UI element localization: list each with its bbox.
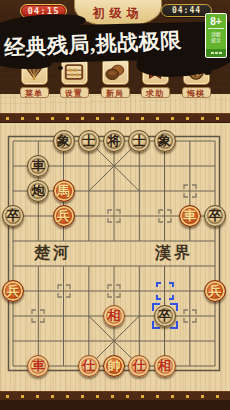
help-play-badge: ▶ xyxy=(159,54,172,67)
xiangqi-piece-black[interactable]: 車 xyxy=(27,155,49,177)
xiangqi-piece-black[interactable]: 象 xyxy=(154,130,176,152)
abacus-icon xyxy=(63,62,85,82)
xiangqi-piece-black[interactable]: 炮 xyxy=(27,180,49,202)
position-marker xyxy=(31,309,45,323)
xiangqi-piece-red[interactable]: 仕 xyxy=(128,355,150,377)
xiangqi-piece-black[interactable]: 象 xyxy=(53,130,75,152)
settings-button[interactable]: 设置 xyxy=(59,58,89,98)
position-marker xyxy=(107,209,121,223)
pieces-icon xyxy=(104,62,126,82)
player-timer-left: 04:15 xyxy=(20,4,67,18)
xiangqi-piece-black[interactable]: 将 xyxy=(103,130,125,152)
xiangqi-piece-red[interactable]: 兵 xyxy=(204,280,226,302)
help-button[interactable]: 助 ▶ 求助 xyxy=(140,58,170,98)
settings-button-label: 设置 xyxy=(60,87,89,98)
xiangqi-piece-red[interactable]: 馬 xyxy=(53,180,75,202)
menu-button-label: 菜单 xyxy=(20,87,49,98)
xiangqi-piece-black[interactable]: 卒 xyxy=(204,205,226,227)
svg-text:悔: 悔 xyxy=(192,68,200,76)
game-screen: 楚河 漢界 象士将士象車炮馬卒兵車卒兵兵相卒車仕帥仕相 初级场 04:15 04… xyxy=(0,0,230,410)
fan-icon xyxy=(23,62,45,82)
position-marker xyxy=(57,284,71,298)
xiangqi-piece-red[interactable]: 仕 xyxy=(78,355,100,377)
position-marker xyxy=(158,209,172,223)
age-rating-caption: 适龄 提示 xyxy=(209,31,223,43)
undo-button[interactable]: 悔 2 悔棋 xyxy=(181,58,211,98)
position-marker xyxy=(183,184,197,198)
xiangqi-piece-black[interactable]: 士 xyxy=(78,130,100,152)
age-badge-footer xyxy=(206,49,226,57)
age-rating-badge: 8+ 适龄 提示 xyxy=(205,13,227,58)
xiangqi-piece-black[interactable]: 卒 xyxy=(2,205,24,227)
svg-text:助: 助 xyxy=(150,65,158,74)
new-game-button-label: 新局 xyxy=(101,87,130,98)
new-game-button[interactable]: 新局 xyxy=(100,58,130,98)
xiangqi-piece-red[interactable]: 帥 xyxy=(103,355,125,377)
undo-button-label: 悔棋 xyxy=(182,87,211,98)
toolbar: 菜单 设置 新局 xyxy=(0,58,230,100)
position-marker xyxy=(183,309,197,323)
xiangqi-piece-red[interactable]: 相 xyxy=(154,355,176,377)
age-rating-number: 8+ xyxy=(210,15,221,28)
help-button-label: 求助 xyxy=(141,87,170,98)
xiangqi-piece-red[interactable]: 兵 xyxy=(2,280,24,302)
xiangqi-piece-black[interactable]: 士 xyxy=(128,130,150,152)
xiangqi-piece-red[interactable]: 相 xyxy=(103,305,125,327)
position-marker xyxy=(107,284,121,298)
xiangqi-piece-red[interactable]: 車 xyxy=(27,355,49,377)
last-move-from-marker xyxy=(156,282,174,304)
xiangqi-piece-black[interactable]: 卒 xyxy=(154,305,176,327)
xiangqi-piece-red[interactable]: 兵 xyxy=(53,205,75,227)
xiangqi-piece-red[interactable]: 車 xyxy=(179,205,201,227)
menu-button[interactable]: 菜单 xyxy=(19,58,49,98)
